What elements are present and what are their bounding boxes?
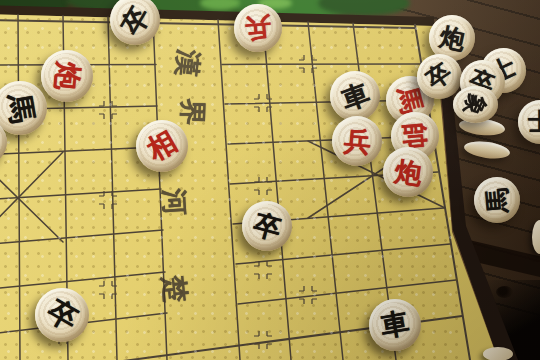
piece-red-elephant[interactable]: 相: [136, 120, 188, 172]
piece-red-soldier[interactable]: 兵: [332, 116, 382, 166]
photo-stage: 漢界河楚 卒兵炮馬相車馬兵帥炮卒卒車炮卒士卒象馬士: [0, 0, 540, 360]
river-label-2: 河: [156, 187, 194, 216]
piece-black-soldier[interactable]: 卒: [242, 201, 292, 251]
piece-black-horse[interactable]: 馬: [474, 177, 520, 223]
piece-black-soldier[interactable]: 卒: [417, 54, 462, 99]
piece-black-soldier[interactable]: 卒: [35, 288, 89, 342]
piece-black-elephant[interactable]: 象: [453, 86, 498, 123]
river-label-0: 漢: [168, 48, 207, 79]
river-label-3: 楚: [155, 274, 194, 305]
piece-black-chariot[interactable]: 車: [330, 71, 380, 121]
piece-red-cannon[interactable]: 炮: [383, 147, 433, 197]
piece-black-chariot[interactable]: 車: [369, 299, 421, 351]
piece-red-cannon[interactable]: 炮: [41, 50, 93, 102]
piece-red-soldier[interactable]: 兵: [234, 4, 282, 52]
river-label-1: 界: [174, 98, 211, 126]
piece-partial[interactable]: [483, 347, 513, 360]
